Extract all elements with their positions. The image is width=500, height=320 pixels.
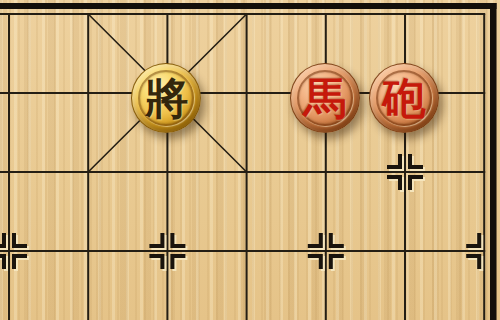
pawn-point [14,256,27,269]
pawn-point [172,233,185,246]
pawn-point [466,233,479,246]
cannon-point [387,154,400,167]
board-lines-layer [0,0,500,320]
pawn-point [308,233,321,246]
pawn-point [172,256,185,269]
piece-glyph: 砲 [383,77,426,120]
pawn-point [308,256,321,269]
pawn-point [331,256,344,269]
piece-glyph: 將 [145,77,188,120]
cannon-point [387,177,400,190]
board-border [0,3,497,320]
piece-glyph: 馬 [303,77,346,120]
cannon-point [410,154,423,167]
pawn-point [466,256,479,269]
pawn-point [331,233,344,246]
piece-red-cannon[interactable]: 砲 [369,63,439,133]
pawn-point [149,256,162,269]
piece-black-general[interactable]: 將 [131,63,201,133]
pawn-point [0,256,4,269]
piece-red-horse[interactable]: 馬 [290,63,360,133]
pawn-point [14,233,27,246]
xiangqi-board[interactable]: 將馬砲 [0,0,500,320]
pawn-point [0,233,4,246]
cannon-point [410,177,423,190]
pawn-point [149,233,162,246]
